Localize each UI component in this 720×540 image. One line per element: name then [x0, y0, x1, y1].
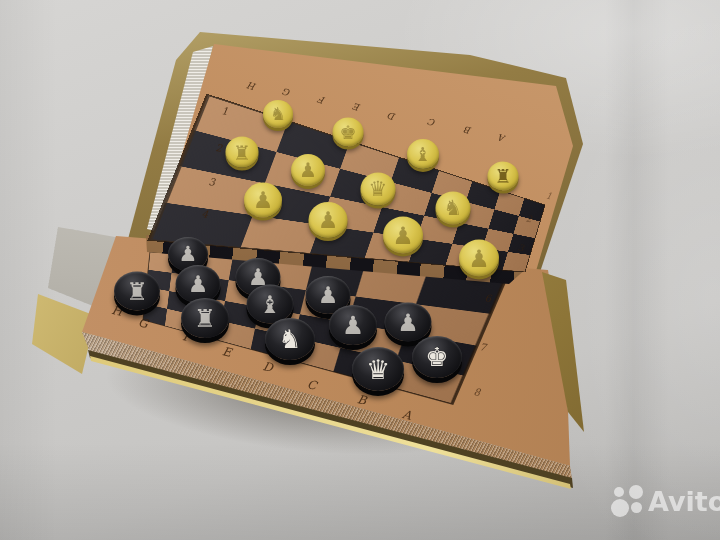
piece-black-king-b8[interactable]: ♚ — [412, 336, 462, 378]
pawn-symbol-icon: ♟ — [468, 246, 490, 270]
rook-symbol-icon: ♜ — [194, 306, 216, 331]
pieces-layer: ♞♚♝♜♜♟♛♞♟♟♟♟♟♜♟♟♟♝♟♟♜♞♛♚ — [0, 0, 720, 540]
piece-black-pawn-f6[interactable]: ♟ — [176, 265, 221, 303]
piece-white-knight-b2[interactable]: ♞ — [436, 192, 471, 225]
piece-black-queen-d8[interactable]: ♛ — [352, 347, 404, 391]
pawn-symbol-icon: ♟ — [392, 223, 414, 247]
pawn-symbol-icon: ♟ — [318, 284, 339, 307]
piece-black-pawn-a7[interactable]: ♟ — [385, 303, 432, 342]
piece-white-rook-h2[interactable]: ♜ — [226, 137, 259, 168]
pawn-symbol-icon: ♟ — [253, 189, 274, 212]
pawn-symbol-icon: ♟ — [188, 273, 209, 296]
pawn-symbol-icon: ♟ — [179, 244, 198, 265]
piece-white-king-e1[interactable]: ♚ — [333, 118, 364, 147]
avito-watermark: Avito — [608, 480, 718, 530]
pawn-symbol-icon: ♟ — [299, 160, 317, 180]
piece-white-rook-a1[interactable]: ♜ — [488, 162, 519, 191]
avito-logo-dot-small — [614, 487, 624, 497]
piece-white-pawn-f2[interactable]: ♟ — [291, 154, 325, 186]
avito-logo-dot-medium — [629, 485, 643, 499]
piece-white-queen-d2[interactable]: ♛ — [361, 173, 396, 206]
pawn-symbol-icon: ♟ — [342, 313, 364, 338]
piece-white-pawn-a3[interactable]: ♟ — [459, 240, 499, 277]
piece-black-rook-h6[interactable]: ♜ — [114, 272, 160, 311]
pawn-symbol-icon: ♟ — [397, 310, 419, 334]
avito-logo-dot-tiny — [631, 502, 642, 513]
bishop-symbol-icon: ♝ — [259, 292, 281, 316]
piece-black-knight-f8[interactable]: ♞ — [265, 318, 315, 360]
knight-symbol-icon: ♞ — [444, 198, 463, 219]
king-symbol-icon: ♚ — [339, 123, 356, 142]
rook-symbol-icon: ♜ — [494, 167, 511, 186]
queen-symbol-icon: ♛ — [369, 179, 388, 200]
queen-symbol-icon: ♛ — [366, 356, 390, 383]
photo-travel-chess-set: HGFEDCBA12341235678HGFEDCBA ♞♚♝♜♜♟♛♞♟♟♟♟… — [0, 0, 720, 540]
piece-black-rook-h8[interactable]: ♜ — [181, 298, 229, 338]
rook-symbol-icon: ♜ — [233, 142, 251, 162]
avito-logo-dot-large — [611, 499, 629, 517]
piece-white-pawn-e3[interactable]: ♟ — [309, 202, 348, 238]
pawn-symbol-icon: ♟ — [318, 209, 339, 232]
piece-white-knight-g1[interactable]: ♞ — [263, 100, 293, 128]
piece-white-pawn-c3[interactable]: ♟ — [383, 217, 423, 254]
knight-symbol-icon: ♞ — [270, 105, 286, 123]
piece-black-pawn-c7[interactable]: ♟ — [329, 305, 377, 345]
avito-watermark-text: Avito — [648, 486, 720, 517]
knight-symbol-icon: ♞ — [278, 326, 301, 352]
piece-white-pawn-g3[interactable]: ♟ — [244, 183, 282, 218]
piece-white-bishop-c1[interactable]: ♝ — [407, 139, 439, 169]
king-symbol-icon: ♚ — [425, 344, 448, 370]
rook-symbol-icon: ♜ — [126, 279, 148, 303]
bishop-symbol-icon: ♝ — [414, 145, 431, 164]
